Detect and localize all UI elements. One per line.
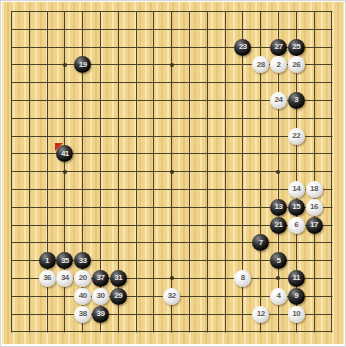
board-intersection[interactable] (198, 38, 216, 56)
board-intersection[interactable] (92, 234, 110, 252)
board-intersection[interactable] (323, 252, 341, 270)
board-intersection[interactable] (216, 56, 234, 74)
board-intersection[interactable] (181, 252, 199, 270)
board-intersection[interactable] (305, 127, 323, 145)
board-intersection[interactable] (20, 270, 38, 288)
board-intersection[interactable] (56, 3, 74, 21)
board-intersection[interactable] (216, 109, 234, 127)
board-intersection[interactable] (216, 3, 234, 21)
board-intersection[interactable] (216, 20, 234, 38)
board-intersection[interactable] (74, 198, 92, 216)
board-intersection[interactable] (109, 252, 127, 270)
board-intersection[interactable] (145, 56, 163, 74)
board-intersection[interactable] (145, 74, 163, 92)
board-intersection[interactable] (127, 38, 145, 56)
board-intersection[interactable] (181, 234, 199, 252)
board-intersection[interactable] (163, 234, 181, 252)
board-intersection[interactable] (127, 74, 145, 92)
board-intersection[interactable] (181, 181, 199, 199)
board-intersection[interactable] (127, 216, 145, 234)
board-intersection[interactable] (252, 323, 270, 341)
board-intersection[interactable] (287, 74, 305, 92)
board-intersection[interactable] (109, 127, 127, 145)
board-intersection[interactable] (287, 145, 305, 163)
board-intersection[interactable] (3, 305, 21, 323)
board-intersection[interactable] (234, 163, 252, 181)
board-intersection[interactable] (181, 145, 199, 163)
board-intersection[interactable] (323, 109, 341, 127)
board-intersection[interactable] (163, 92, 181, 110)
board-intersection[interactable] (252, 181, 270, 199)
board-intersection[interactable] (38, 216, 56, 234)
board-intersection[interactable]: 30 (92, 287, 110, 305)
board-intersection[interactable]: 9 (287, 287, 305, 305)
board-intersection[interactable]: 25 (287, 38, 305, 56)
board-intersection[interactable] (127, 3, 145, 21)
board-intersection[interactable] (198, 163, 216, 181)
board-intersection[interactable] (92, 3, 110, 21)
board-intersection[interactable] (74, 38, 92, 56)
board-intersection[interactable] (127, 163, 145, 181)
board-intersection[interactable] (287, 109, 305, 127)
board-intersection[interactable] (3, 56, 21, 74)
board-intersection[interactable] (198, 323, 216, 341)
board-intersection[interactable] (198, 216, 216, 234)
board-intersection[interactable] (198, 109, 216, 127)
board-intersection[interactable] (234, 216, 252, 234)
board-intersection[interactable] (216, 145, 234, 163)
board-intersection[interactable] (323, 20, 341, 38)
board-intersection[interactable] (305, 270, 323, 288)
board-intersection[interactable] (109, 74, 127, 92)
board-intersection[interactable] (198, 181, 216, 199)
board-intersection[interactable] (198, 74, 216, 92)
board-intersection[interactable] (3, 145, 21, 163)
board-intersection[interactable] (252, 92, 270, 110)
board-intersection[interactable] (234, 252, 252, 270)
board-intersection[interactable] (145, 127, 163, 145)
board-intersection[interactable] (181, 56, 199, 74)
board-intersection[interactable] (305, 56, 323, 74)
board-intersection[interactable] (305, 109, 323, 127)
board-intersection[interactable] (56, 287, 74, 305)
board-intersection[interactable] (216, 216, 234, 234)
board-intersection[interactable] (234, 56, 252, 74)
board-intersection[interactable] (181, 92, 199, 110)
board-intersection[interactable] (56, 163, 74, 181)
board-intersection[interactable] (20, 216, 38, 234)
board-intersection[interactable] (323, 56, 341, 74)
board-intersection[interactable] (38, 38, 56, 56)
board-intersection[interactable] (323, 3, 341, 21)
board-intersection[interactable] (92, 109, 110, 127)
board-intersection[interactable] (20, 305, 38, 323)
board-intersection[interactable] (270, 270, 288, 288)
board-intersection[interactable] (323, 163, 341, 181)
board-intersection[interactable] (234, 198, 252, 216)
board-intersection[interactable] (92, 92, 110, 110)
board-intersection[interactable] (287, 234, 305, 252)
board-intersection[interactable] (287, 20, 305, 38)
board-intersection[interactable] (181, 198, 199, 216)
board-intersection[interactable]: 13 (270, 198, 288, 216)
board-intersection[interactable] (198, 305, 216, 323)
board-intersection[interactable] (20, 163, 38, 181)
board-intersection[interactable] (38, 163, 56, 181)
board-intersection[interactable] (305, 74, 323, 92)
board-intersection[interactable] (109, 181, 127, 199)
board-intersection[interactable]: 31 (109, 270, 127, 288)
board-intersection[interactable] (287, 3, 305, 21)
board-intersection[interactable] (92, 38, 110, 56)
board-intersection[interactable] (3, 287, 21, 305)
board-intersection[interactable]: 37 (92, 270, 110, 288)
board-intersection[interactable] (127, 127, 145, 145)
board-intersection[interactable] (163, 163, 181, 181)
board-intersection[interactable] (74, 181, 92, 199)
board-intersection[interactable] (3, 163, 21, 181)
board-intersection[interactable] (3, 181, 21, 199)
board-intersection[interactable] (109, 145, 127, 163)
board-intersection[interactable] (270, 181, 288, 199)
board-intersection[interactable] (56, 181, 74, 199)
board-intersection[interactable] (20, 38, 38, 56)
board-intersection[interactable] (252, 198, 270, 216)
board-intersection[interactable] (38, 181, 56, 199)
board-intersection[interactable] (216, 287, 234, 305)
board-intersection[interactable] (3, 20, 21, 38)
board-intersection[interactable] (3, 216, 21, 234)
board-intersection[interactable] (198, 127, 216, 145)
board-intersection[interactable]: 21 (270, 216, 288, 234)
board-intersection[interactable] (127, 252, 145, 270)
board-intersection[interactable] (145, 20, 163, 38)
board-intersection[interactable] (252, 252, 270, 270)
board-intersection[interactable] (92, 163, 110, 181)
board-intersection[interactable] (145, 163, 163, 181)
board-intersection[interactable]: 23 (234, 38, 252, 56)
board-intersection[interactable]: 32 (163, 287, 181, 305)
board-intersection[interactable] (270, 323, 288, 341)
board-intersection[interactable] (198, 234, 216, 252)
board-intersection[interactable] (3, 270, 21, 288)
board-intersection[interactable] (163, 20, 181, 38)
board-intersection[interactable] (127, 56, 145, 74)
board-intersection[interactable] (216, 234, 234, 252)
board-intersection[interactable]: 10 (287, 305, 305, 323)
board-intersection[interactable] (74, 109, 92, 127)
board-intersection[interactable] (38, 3, 56, 21)
board-intersection[interactable] (252, 127, 270, 145)
board-intersection[interactable] (163, 181, 181, 199)
board-intersection[interactable] (305, 323, 323, 341)
board-intersection[interactable] (323, 270, 341, 288)
board-intersection[interactable] (3, 74, 21, 92)
board-intersection[interactable] (145, 305, 163, 323)
board-intersection[interactable] (20, 127, 38, 145)
board-intersection[interactable]: 38 (74, 305, 92, 323)
board-intersection[interactable] (323, 92, 341, 110)
board-intersection[interactable] (270, 74, 288, 92)
board-intersection[interactable] (145, 252, 163, 270)
board-intersection[interactable] (323, 74, 341, 92)
board-intersection[interactable] (92, 198, 110, 216)
board-intersection[interactable] (20, 181, 38, 199)
board-intersection[interactable] (234, 287, 252, 305)
board-intersection[interactable] (38, 323, 56, 341)
board-intersection[interactable]: 11 (287, 270, 305, 288)
board-intersection[interactable]: 16 (305, 198, 323, 216)
board-intersection[interactable] (20, 74, 38, 92)
board-intersection[interactable] (305, 252, 323, 270)
board-intersection[interactable] (20, 145, 38, 163)
board-intersection[interactable] (56, 20, 74, 38)
board-intersection[interactable]: 17 (305, 216, 323, 234)
board-intersection[interactable] (38, 145, 56, 163)
board-intersection[interactable] (38, 56, 56, 74)
board-intersection[interactable] (56, 56, 74, 74)
board-intersection[interactable] (163, 305, 181, 323)
board-intersection[interactable]: 4 (270, 287, 288, 305)
board-intersection[interactable] (198, 252, 216, 270)
board-intersection[interactable] (305, 38, 323, 56)
board-intersection[interactable] (56, 74, 74, 92)
board-intersection[interactable] (270, 234, 288, 252)
board-intersection[interactable]: 1 (38, 252, 56, 270)
board-intersection[interactable] (252, 270, 270, 288)
board-intersection[interactable] (145, 92, 163, 110)
board-intersection[interactable] (163, 56, 181, 74)
board-intersection[interactable] (270, 109, 288, 127)
board-intersection[interactable] (252, 163, 270, 181)
board-intersection[interactable] (74, 145, 92, 163)
board-intersection[interactable] (305, 163, 323, 181)
board-intersection[interactable] (216, 305, 234, 323)
board-intersection[interactable]: 41 (56, 145, 74, 163)
board-intersection[interactable]: 2 (270, 56, 288, 74)
board-intersection[interactable] (163, 270, 181, 288)
board-intersection[interactable] (38, 109, 56, 127)
board-intersection[interactable] (56, 216, 74, 234)
board-intersection[interactable] (234, 20, 252, 38)
board-intersection[interactable] (198, 145, 216, 163)
board-intersection[interactable] (145, 181, 163, 199)
board-intersection[interactable] (145, 270, 163, 288)
board-intersection[interactable] (198, 287, 216, 305)
board-intersection[interactable]: 7 (252, 234, 270, 252)
board-intersection[interactable] (109, 20, 127, 38)
board-intersection[interactable] (216, 252, 234, 270)
board-intersection[interactable] (234, 305, 252, 323)
board-intersection[interactable] (198, 3, 216, 21)
board-intersection[interactable] (20, 56, 38, 74)
board-intersection[interactable] (38, 127, 56, 145)
board-intersection[interactable] (20, 287, 38, 305)
board-intersection[interactable] (74, 92, 92, 110)
board-intersection[interactable] (3, 252, 21, 270)
board-intersection[interactable] (145, 234, 163, 252)
board-intersection[interactable] (216, 163, 234, 181)
board-intersection[interactable] (127, 287, 145, 305)
board-intersection[interactable] (109, 163, 127, 181)
board-intersection[interactable] (270, 163, 288, 181)
board-intersection[interactable] (127, 109, 145, 127)
board-intersection[interactable] (109, 3, 127, 21)
board-intersection[interactable] (38, 198, 56, 216)
board-intersection[interactable] (74, 127, 92, 145)
board-intersection[interactable] (216, 198, 234, 216)
board-intersection[interactable] (270, 305, 288, 323)
board-intersection[interactable] (3, 127, 21, 145)
board-intersection[interactable] (323, 127, 341, 145)
board-intersection[interactable] (323, 181, 341, 199)
board-intersection[interactable] (92, 20, 110, 38)
board-intersection[interactable] (163, 109, 181, 127)
board-intersection[interactable] (270, 145, 288, 163)
board-intersection[interactable] (234, 92, 252, 110)
board-intersection[interactable] (323, 305, 341, 323)
board-intersection[interactable] (234, 181, 252, 199)
board-intersection[interactable] (74, 74, 92, 92)
board-intersection[interactable] (38, 305, 56, 323)
board-intersection[interactable] (56, 38, 74, 56)
board-intersection[interactable]: 34 (56, 270, 74, 288)
board-intersection[interactable] (20, 20, 38, 38)
board-intersection[interactable] (92, 323, 110, 341)
board-intersection[interactable]: 5 (270, 252, 288, 270)
board-intersection[interactable] (198, 92, 216, 110)
board-intersection[interactable] (198, 20, 216, 38)
board-intersection[interactable] (252, 20, 270, 38)
board-intersection[interactable]: 28 (252, 56, 270, 74)
board-intersection[interactable] (109, 92, 127, 110)
board-intersection[interactable] (234, 3, 252, 21)
board-intersection[interactable] (252, 3, 270, 21)
board-intersection[interactable] (163, 323, 181, 341)
board-intersection[interactable] (287, 323, 305, 341)
board-intersection[interactable]: 24 (270, 92, 288, 110)
board-intersection[interactable] (145, 38, 163, 56)
board-intersection[interactable] (252, 216, 270, 234)
board-intersection[interactable] (252, 74, 270, 92)
board-intersection[interactable] (198, 270, 216, 288)
board-intersection[interactable] (234, 109, 252, 127)
board-intersection[interactable] (198, 56, 216, 74)
board-intersection[interactable] (216, 181, 234, 199)
board-intersection[interactable]: 39 (92, 305, 110, 323)
board-intersection[interactable] (234, 145, 252, 163)
board-intersection[interactable] (92, 181, 110, 199)
board-intersection[interactable] (323, 234, 341, 252)
board-intersection[interactable]: 35 (56, 252, 74, 270)
board-intersection[interactable] (20, 323, 38, 341)
board-intersection[interactable]: 3 (287, 92, 305, 110)
board-intersection[interactable] (127, 92, 145, 110)
board-intersection[interactable] (216, 38, 234, 56)
board-intersection[interactable] (305, 145, 323, 163)
board-intersection[interactable] (109, 216, 127, 234)
board-intersection[interactable]: 19 (74, 56, 92, 74)
board-intersection[interactable] (181, 305, 199, 323)
board-intersection[interactable] (109, 305, 127, 323)
board-intersection[interactable] (92, 74, 110, 92)
board-intersection[interactable] (74, 323, 92, 341)
board-intersection[interactable] (323, 198, 341, 216)
board-intersection[interactable] (109, 38, 127, 56)
board-intersection[interactable]: 14 (287, 181, 305, 199)
board-intersection[interactable] (305, 305, 323, 323)
board-intersection[interactable] (127, 270, 145, 288)
board-intersection[interactable] (92, 252, 110, 270)
board-intersection[interactable] (3, 198, 21, 216)
board-intersection[interactable] (181, 163, 199, 181)
board-intersection[interactable]: 18 (305, 181, 323, 199)
board-intersection[interactable]: 29 (109, 287, 127, 305)
board-intersection[interactable] (305, 287, 323, 305)
board-intersection[interactable] (234, 74, 252, 92)
board-intersection[interactable]: 6 (287, 216, 305, 234)
board-intersection[interactable] (109, 323, 127, 341)
board-intersection[interactable] (181, 3, 199, 21)
board-intersection[interactable] (74, 234, 92, 252)
board-intersection[interactable] (252, 109, 270, 127)
board-intersection[interactable] (145, 216, 163, 234)
board-intersection[interactable] (109, 198, 127, 216)
board-intersection[interactable] (163, 198, 181, 216)
board-intersection[interactable] (56, 234, 74, 252)
board-intersection[interactable] (56, 109, 74, 127)
board-intersection[interactable] (56, 92, 74, 110)
board-intersection[interactable] (163, 127, 181, 145)
board-intersection[interactable] (163, 145, 181, 163)
board-intersection[interactable] (216, 127, 234, 145)
board-intersection[interactable] (38, 287, 56, 305)
board-intersection[interactable] (20, 198, 38, 216)
board-intersection[interactable] (181, 20, 199, 38)
board-intersection[interactable] (3, 3, 21, 21)
board-intersection[interactable] (20, 234, 38, 252)
board-intersection[interactable] (3, 109, 21, 127)
board-intersection[interactable] (109, 234, 127, 252)
board-intersection[interactable] (181, 38, 199, 56)
board-intersection[interactable] (3, 234, 21, 252)
board-intersection[interactable] (127, 234, 145, 252)
board-intersection[interactable] (181, 216, 199, 234)
board-intersection[interactable] (305, 234, 323, 252)
board-intersection[interactable] (163, 252, 181, 270)
board-intersection[interactable] (127, 198, 145, 216)
board-intersection[interactable] (127, 20, 145, 38)
board-intersection[interactable]: 33 (74, 252, 92, 270)
board-intersection[interactable] (198, 198, 216, 216)
board-intersection[interactable] (3, 323, 21, 341)
board-intersection[interactable] (287, 163, 305, 181)
board-intersection[interactable] (127, 181, 145, 199)
board-intersection[interactable] (145, 198, 163, 216)
board-intersection[interactable] (56, 198, 74, 216)
board-intersection[interactable] (216, 323, 234, 341)
board-intersection[interactable] (252, 287, 270, 305)
board-intersection[interactable] (181, 270, 199, 288)
board-intersection[interactable] (305, 20, 323, 38)
board-intersection[interactable] (181, 287, 199, 305)
board-intersection[interactable] (145, 3, 163, 21)
board-intersection[interactable]: 26 (287, 56, 305, 74)
board-intersection[interactable] (127, 305, 145, 323)
board-intersection[interactable] (234, 234, 252, 252)
board-intersection[interactable]: 15 (287, 198, 305, 216)
board-intersection[interactable] (252, 38, 270, 56)
